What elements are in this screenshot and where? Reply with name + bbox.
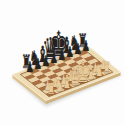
piece-black-pawn: ♟	[58, 45, 66, 63]
piece-white-rook: ♜	[103, 58, 111, 76]
piece-black-pawn: ♟	[26, 58, 34, 76]
piece-black-pawn: ♟	[50, 48, 58, 66]
piece-black-pawn: ♟	[34, 55, 42, 73]
piece-black-pawn: ♟	[82, 36, 90, 54]
piece-black-pawn: ♟	[66, 42, 74, 60]
product-photo: ♜♞♟♝♟♚♟♛♟♝♟♞♟♜♟♟♟♟♜♟♞♟♝♟♚♟♛♟♝♟♞♜	[0, 0, 125, 125]
piece-white-knight: ♞	[55, 75, 64, 94]
piece-black-pawn: ♟	[42, 52, 50, 70]
piece-white-rook: ♜	[47, 79, 55, 97]
chess-board-photo: ♜♞♟♝♟♚♟♛♟♝♟♞♟♜♟♟♟♟♜♟♞♟♝♟♚♟♛♟♝♟♞♜	[0, 0, 125, 125]
